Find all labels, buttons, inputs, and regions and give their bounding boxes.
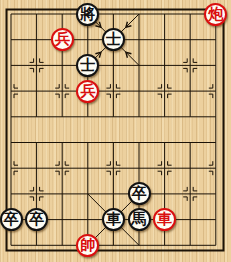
star-point-mark xyxy=(14,161,18,165)
star-point-mark xyxy=(65,94,69,98)
star-point-mark xyxy=(183,58,187,62)
star-point-mark xyxy=(193,58,197,62)
star-point-mark xyxy=(168,84,172,88)
star-point-mark xyxy=(168,94,172,98)
piece-char: 卒 xyxy=(29,212,44,227)
star-point-mark xyxy=(30,68,34,72)
star-point-mark xyxy=(183,187,187,191)
piece-black-soldier[interactable]: 卒 xyxy=(128,182,151,205)
star-point-mark xyxy=(65,84,69,88)
piece-char: 士 xyxy=(106,32,121,47)
piece-char: 車 xyxy=(157,212,172,227)
piece-red-soldier[interactable]: 兵 xyxy=(76,80,99,103)
star-point-mark xyxy=(30,58,34,62)
star-point-mark xyxy=(40,187,44,191)
star-point-mark xyxy=(14,94,18,98)
star-point-mark xyxy=(30,187,34,191)
star-point-mark xyxy=(106,171,110,175)
star-point-mark xyxy=(116,84,120,88)
star-point-mark xyxy=(209,171,213,175)
star-point-mark xyxy=(209,161,213,165)
star-point-mark xyxy=(209,94,213,98)
star-point-mark xyxy=(14,171,18,175)
star-point-mark xyxy=(106,94,110,98)
piece-black-horse[interactable]: 馬 xyxy=(128,208,151,231)
piece-char: 兵 xyxy=(55,32,70,47)
star-point-mark xyxy=(55,161,59,165)
star-point-mark xyxy=(158,94,162,98)
piece-red-cannon[interactable]: 炮 xyxy=(204,3,227,26)
piece-char: 馬 xyxy=(132,212,147,227)
star-point-mark xyxy=(14,84,18,88)
star-point-mark xyxy=(40,58,44,62)
piece-black-soldier[interactable]: 卒 xyxy=(0,208,23,231)
piece-char: 帥 xyxy=(80,237,95,252)
star-point-mark xyxy=(65,171,69,175)
star-point-mark xyxy=(106,161,110,165)
star-point-mark xyxy=(106,84,110,88)
star-point-mark xyxy=(55,84,59,88)
star-point-mark xyxy=(158,171,162,175)
star-point-mark xyxy=(168,161,172,165)
piece-char: 卒 xyxy=(4,212,19,227)
piece-black-general[interactable]: 將 xyxy=(76,3,99,26)
star-point-mark xyxy=(40,197,44,201)
piece-char: 卒 xyxy=(132,186,147,201)
piece-red-general[interactable]: 帥 xyxy=(76,234,99,257)
piece-char: 車 xyxy=(106,212,121,227)
star-point-mark xyxy=(116,161,120,165)
star-point-mark xyxy=(55,94,59,98)
star-point-mark xyxy=(183,197,187,201)
star-point-mark xyxy=(183,68,187,72)
xiangqi-board: 將炮兵士士兵卒卒卒車馬車帥 xyxy=(0,0,231,262)
star-point-mark xyxy=(193,187,197,191)
star-point-mark xyxy=(193,197,197,201)
star-point-mark xyxy=(158,84,162,88)
star-point-mark xyxy=(193,68,197,72)
star-point-mark xyxy=(40,68,44,72)
star-point-mark xyxy=(116,171,120,175)
piece-black-advisor[interactable]: 士 xyxy=(102,28,125,51)
star-point-mark xyxy=(158,161,162,165)
piece-char: 兵 xyxy=(80,83,95,98)
piece-char: 士 xyxy=(80,57,95,72)
piece-black-chariot[interactable]: 車 xyxy=(102,208,125,231)
star-point-mark xyxy=(116,94,120,98)
piece-char: 炮 xyxy=(208,6,223,21)
star-point-mark xyxy=(168,171,172,175)
star-point-mark xyxy=(30,197,34,201)
star-point-mark xyxy=(65,161,69,165)
piece-char: 將 xyxy=(80,6,95,21)
star-point-mark xyxy=(209,84,213,88)
star-point-mark xyxy=(55,171,59,175)
piece-red-soldier[interactable]: 兵 xyxy=(51,28,74,51)
